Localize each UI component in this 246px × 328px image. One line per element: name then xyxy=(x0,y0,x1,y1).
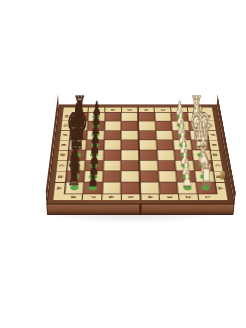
square-g4 xyxy=(138,121,155,130)
square-h3 xyxy=(154,112,171,121)
square-h6 xyxy=(105,112,122,121)
square-g6 xyxy=(104,121,121,130)
square-g5 xyxy=(121,121,138,130)
piece-cell: ♜ xyxy=(196,182,216,194)
square-e4 xyxy=(139,140,157,150)
front-hinge-seam xyxy=(139,204,141,215)
product-photo: 87654321 87654321 HGFEDCBA HGFEDCBA ♜♟♟♜… xyxy=(0,0,246,328)
square-h4 xyxy=(138,112,155,121)
piece-cell: ♟ xyxy=(83,182,102,194)
square-f5 xyxy=(121,130,138,140)
board-front-face xyxy=(46,204,234,215)
square-f4 xyxy=(138,130,156,140)
brass-clasp-icon xyxy=(220,171,225,179)
chess-board: 87654321 87654321 HGFEDCBA HGFEDCBA ♜♟♟♜… xyxy=(46,105,234,204)
square-e5 xyxy=(121,140,139,150)
square-g3 xyxy=(155,121,173,130)
square-h5 xyxy=(121,112,138,121)
